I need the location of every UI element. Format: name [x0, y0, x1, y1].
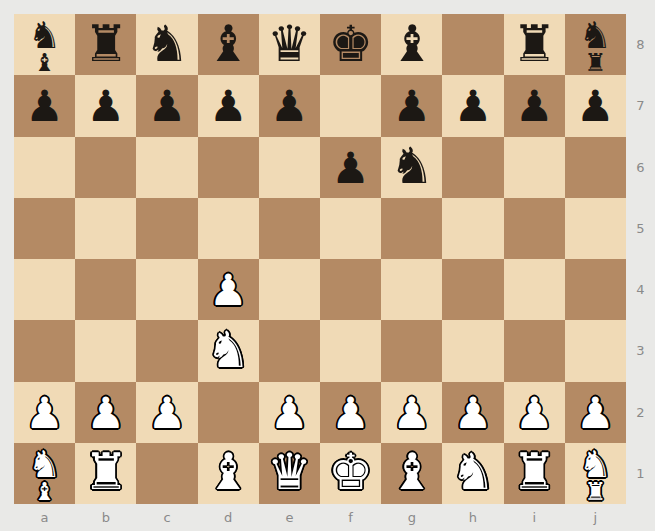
- square-d7[interactable]: ♟: [198, 75, 259, 136]
- square-b8[interactable]: ♜: [75, 14, 136, 75]
- square-g6[interactable]: ♞: [381, 137, 442, 198]
- black-pawn[interactable]: ♟: [576, 85, 615, 128]
- rook-base-glyph: ♜: [584, 50, 606, 75]
- square-f7[interactable]: [320, 75, 381, 136]
- board-area: ♞♝♜♞♝♛♚♝♜♞♜♟♟♟♟♟♟♟♟♟♟♞♟♞♟♟♟♟♟♟♟♟♟♞♝♜♝♛♚♝…: [0, 0, 655, 531]
- square-e6[interactable]: [259, 137, 320, 198]
- black-pawn[interactable]: ♟: [87, 85, 126, 128]
- square-f3[interactable]: [320, 320, 381, 381]
- square-j4[interactable]: [565, 259, 626, 320]
- white-bishop[interactable]: ♝: [389, 447, 434, 497]
- square-c8[interactable]: ♞: [136, 14, 197, 75]
- white-pawn[interactable]: ♟: [270, 392, 309, 435]
- black-pawn[interactable]: ♟: [393, 85, 432, 128]
- square-e4[interactable]: [259, 259, 320, 320]
- square-i2[interactable]: ♟: [504, 382, 565, 443]
- rank-label-4: 4: [627, 259, 654, 320]
- white-archbishop[interactable]: ♞♝: [14, 443, 75, 504]
- square-e7[interactable]: ♟: [259, 75, 320, 136]
- square-b2[interactable]: ♟: [75, 382, 136, 443]
- square-d5[interactable]: [198, 198, 259, 259]
- square-b3[interactable]: [75, 320, 136, 381]
- square-a1[interactable]: ♞♝: [14, 443, 75, 504]
- white-pawn[interactable]: ♟: [515, 392, 554, 435]
- square-j2[interactable]: ♟: [565, 382, 626, 443]
- square-i5[interactable]: [504, 198, 565, 259]
- black-pawn[interactable]: ♟: [331, 147, 370, 190]
- rank-label-1: 1: [627, 443, 654, 504]
- black-queen[interactable]: ♛: [267, 19, 312, 69]
- square-d4[interactable]: ♟: [198, 259, 259, 320]
- white-pawn[interactable]: ♟: [209, 269, 248, 312]
- square-g1[interactable]: ♝: [381, 443, 442, 504]
- square-e5[interactable]: [259, 198, 320, 259]
- square-j6[interactable]: [565, 137, 626, 198]
- square-h4[interactable]: [442, 259, 503, 320]
- square-g2[interactable]: ♟: [381, 382, 442, 443]
- black-bishop[interactable]: ♝: [206, 19, 251, 69]
- square-h7[interactable]: ♟: [442, 75, 503, 136]
- white-pawn[interactable]: ♟: [25, 392, 64, 435]
- black-knight[interactable]: ♞: [389, 141, 434, 191]
- black-chancellor[interactable]: ♞♜: [565, 14, 626, 75]
- black-pawn[interactable]: ♟: [515, 85, 554, 128]
- square-g5[interactable]: [381, 198, 442, 259]
- square-c6[interactable]: [136, 137, 197, 198]
- square-f8[interactable]: ♚: [320, 14, 381, 75]
- black-knight[interactable]: ♞: [145, 19, 190, 69]
- square-g7[interactable]: ♟: [381, 75, 442, 136]
- file-label-e: e: [259, 504, 320, 530]
- rank-label-5: 5: [627, 198, 654, 259]
- square-b4[interactable]: [75, 259, 136, 320]
- square-g8[interactable]: ♝: [381, 14, 442, 75]
- square-d1[interactable]: ♝: [198, 443, 259, 504]
- white-rook[interactable]: ♜: [512, 447, 557, 497]
- square-b5[interactable]: [75, 198, 136, 259]
- square-i4[interactable]: [504, 259, 565, 320]
- square-h2[interactable]: ♟: [442, 382, 503, 443]
- black-pawn[interactable]: ♟: [270, 85, 309, 128]
- square-a8[interactable]: ♞♝: [14, 14, 75, 75]
- square-g3[interactable]: [381, 320, 442, 381]
- square-c7[interactable]: ♟: [136, 75, 197, 136]
- rank-label-2: 2: [627, 382, 654, 443]
- square-c4[interactable]: [136, 259, 197, 320]
- white-queen[interactable]: ♛: [267, 447, 312, 497]
- square-f5[interactable]: [320, 198, 381, 259]
- square-i7[interactable]: ♟: [504, 75, 565, 136]
- square-b6[interactable]: [75, 137, 136, 198]
- square-i8[interactable]: ♜: [504, 14, 565, 75]
- square-e3[interactable]: [259, 320, 320, 381]
- square-c3[interactable]: [136, 320, 197, 381]
- black-rook[interactable]: ♜: [83, 19, 128, 69]
- square-j1[interactable]: ♞♜: [565, 443, 626, 504]
- white-bishop[interactable]: ♝: [206, 447, 251, 497]
- square-f1[interactable]: ♚: [320, 443, 381, 504]
- square-b1[interactable]: ♜: [75, 443, 136, 504]
- square-e8[interactable]: ♛: [259, 14, 320, 75]
- file-label-g: g: [381, 504, 442, 530]
- rank-label-3: 3: [627, 320, 654, 381]
- square-a2[interactable]: ♟: [14, 382, 75, 443]
- file-label-h: h: [442, 504, 503, 530]
- square-j8[interactable]: ♞♜: [565, 14, 626, 75]
- rank-label-6: 6: [627, 137, 654, 198]
- file-label-j: j: [565, 504, 626, 530]
- square-a4[interactable]: [14, 259, 75, 320]
- square-a7[interactable]: ♟: [14, 75, 75, 136]
- white-pawn[interactable]: ♟: [148, 392, 187, 435]
- white-pawn[interactable]: ♟: [331, 392, 370, 435]
- white-king[interactable]: ♚: [328, 447, 373, 497]
- bishop-base-glyph: ♝: [33, 50, 55, 75]
- black-pawn[interactable]: ♟: [454, 85, 493, 128]
- square-e2[interactable]: ♟: [259, 382, 320, 443]
- rook-base-glyph: ♜: [584, 479, 606, 504]
- square-g4[interactable]: [381, 259, 442, 320]
- black-archbishop[interactable]: ♞♝: [14, 14, 75, 75]
- black-king[interactable]: ♚: [328, 19, 373, 69]
- white-knight[interactable]: ♞: [451, 447, 496, 497]
- rank-label-8: 8: [627, 14, 654, 75]
- square-f6[interactable]: ♟: [320, 137, 381, 198]
- square-i6[interactable]: [504, 137, 565, 198]
- white-knight[interactable]: ♞: [206, 325, 251, 375]
- square-c1[interactable]: [136, 443, 197, 504]
- white-pawn[interactable]: ♟: [87, 392, 126, 435]
- file-label-b: b: [75, 504, 136, 530]
- square-a3[interactable]: [14, 320, 75, 381]
- rank-label-7: 7: [627, 75, 654, 136]
- square-j3[interactable]: [565, 320, 626, 381]
- black-rook[interactable]: ♜: [512, 19, 557, 69]
- square-h6[interactable]: [442, 137, 503, 198]
- square-f2[interactable]: ♟: [320, 382, 381, 443]
- white-pawn[interactable]: ♟: [454, 392, 493, 435]
- square-d6[interactable]: [198, 137, 259, 198]
- file-label-d: d: [198, 504, 259, 530]
- black-bishop[interactable]: ♝: [389, 19, 434, 69]
- white-rook[interactable]: ♜: [83, 447, 128, 497]
- square-a6[interactable]: [14, 137, 75, 198]
- rank-labels: 87654321: [627, 14, 654, 504]
- square-h1[interactable]: ♞: [442, 443, 503, 504]
- square-d3[interactable]: ♞: [198, 320, 259, 381]
- square-d2[interactable]: [198, 382, 259, 443]
- file-label-i: i: [504, 504, 565, 530]
- square-i1[interactable]: ♜: [504, 443, 565, 504]
- file-label-c: c: [136, 504, 197, 530]
- black-pawn[interactable]: ♟: [209, 85, 248, 128]
- file-label-f: f: [320, 504, 381, 530]
- square-d8[interactable]: ♝: [198, 14, 259, 75]
- file-label-a: a: [14, 504, 75, 530]
- square-f4[interactable]: [320, 259, 381, 320]
- square-e1[interactable]: ♛: [259, 443, 320, 504]
- file-labels: abcdefghij: [14, 504, 626, 530]
- square-h8[interactable]: [442, 14, 503, 75]
- bishop-base-glyph: ♝: [33, 479, 55, 504]
- white-pawn[interactable]: ♟: [576, 392, 615, 435]
- square-c2[interactable]: ♟: [136, 382, 197, 443]
- white-pawn[interactable]: ♟: [393, 392, 432, 435]
- square-a5[interactable]: [14, 198, 75, 259]
- chessboard: ♞♝♜♞♝♛♚♝♜♞♜♟♟♟♟♟♟♟♟♟♟♞♟♞♟♟♟♟♟♟♟♟♟♞♝♜♝♛♚♝…: [14, 14, 626, 504]
- black-pawn[interactable]: ♟: [148, 85, 187, 128]
- square-c5[interactable]: [136, 198, 197, 259]
- white-chancellor[interactable]: ♞♜: [565, 443, 626, 504]
- square-b7[interactable]: ♟: [75, 75, 136, 136]
- square-h3[interactable]: [442, 320, 503, 381]
- square-h5[interactable]: [442, 198, 503, 259]
- square-i3[interactable]: [504, 320, 565, 381]
- black-pawn[interactable]: ♟: [25, 85, 64, 128]
- square-j7[interactable]: ♟: [565, 75, 626, 136]
- square-j5[interactable]: [565, 198, 626, 259]
